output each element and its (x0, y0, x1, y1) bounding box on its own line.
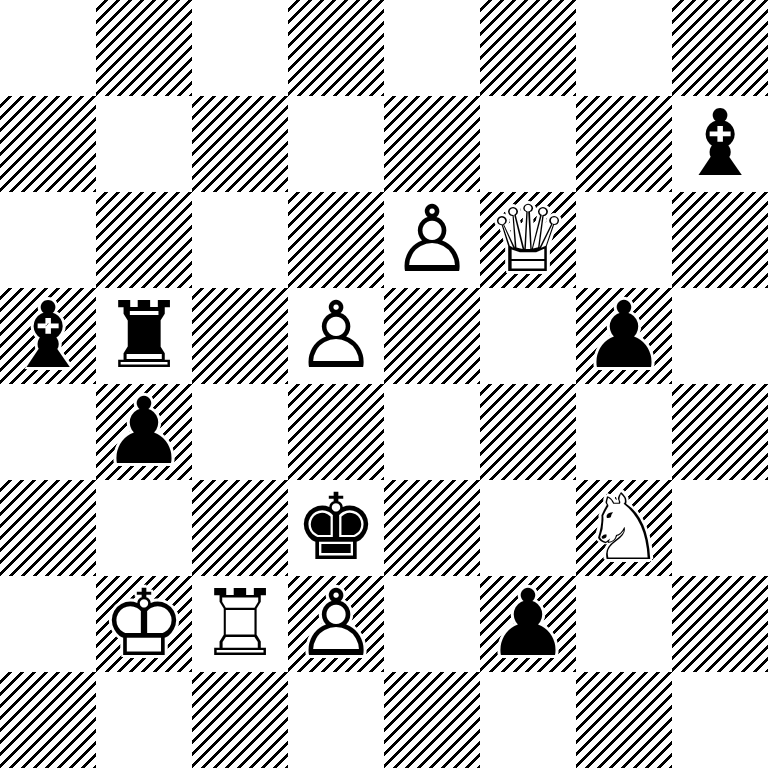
square-h1[interactable] (672, 672, 768, 768)
square-a7[interactable] (0, 96, 96, 192)
black-rook-b5[interactable]: ♜♜ (96, 288, 192, 384)
square-b4[interactable]: ♟♟ (96, 384, 192, 480)
square-f7[interactable] (480, 96, 576, 192)
square-a5[interactable]: ♝♝ (0, 288, 96, 384)
square-h8[interactable] (672, 0, 768, 96)
white-pawn-e6[interactable]: ♟♙ (384, 192, 480, 288)
square-h6[interactable] (672, 192, 768, 288)
square-g8[interactable] (576, 0, 672, 96)
black-bishop-h7[interactable]: ♝♝ (672, 96, 768, 192)
square-d4[interactable] (288, 384, 384, 480)
square-h4[interactable] (672, 384, 768, 480)
piece-glyph: ♕ (480, 192, 576, 288)
square-d3[interactable]: ♚♚ (288, 480, 384, 576)
square-b2[interactable]: ♚♔ (96, 576, 192, 672)
square-b7[interactable] (96, 96, 192, 192)
square-f4[interactable] (480, 384, 576, 480)
white-pawn-d2[interactable]: ♟♙ (288, 576, 384, 672)
square-g2[interactable] (576, 576, 672, 672)
square-e7[interactable] (384, 96, 480, 192)
square-c3[interactable] (192, 480, 288, 576)
black-pawn-b4[interactable]: ♟♟ (96, 384, 192, 480)
black-pawn-f2[interactable]: ♟♟ (480, 576, 576, 672)
piece-glyph: ♙ (288, 576, 384, 672)
square-e3[interactable] (384, 480, 480, 576)
square-f8[interactable] (480, 0, 576, 96)
square-f1[interactable] (480, 672, 576, 768)
piece-glyph: ♜ (96, 288, 192, 384)
square-c7[interactable] (192, 96, 288, 192)
white-queen-f6[interactable]: ♛♕ (480, 192, 576, 288)
square-g7[interactable] (576, 96, 672, 192)
square-a3[interactable] (0, 480, 96, 576)
square-h7[interactable]: ♝♝ (672, 96, 768, 192)
square-b1[interactable] (96, 672, 192, 768)
square-g1[interactable] (576, 672, 672, 768)
square-c8[interactable] (192, 0, 288, 96)
piece-glyph: ♘ (576, 480, 672, 576)
piece-glyph: ♙ (384, 192, 480, 288)
square-f5[interactable] (480, 288, 576, 384)
square-f3[interactable] (480, 480, 576, 576)
piece-glyph: ♙ (288, 288, 384, 384)
piece-glyph: ♝ (672, 96, 768, 192)
square-g3[interactable]: ♞♘ (576, 480, 672, 576)
square-f2[interactable]: ♟♟ (480, 576, 576, 672)
square-c6[interactable] (192, 192, 288, 288)
square-d6[interactable] (288, 192, 384, 288)
square-b5[interactable]: ♜♜ (96, 288, 192, 384)
square-b8[interactable] (96, 0, 192, 96)
square-d1[interactable] (288, 672, 384, 768)
white-king-b2[interactable]: ♚♔ (96, 576, 192, 672)
square-g6[interactable] (576, 192, 672, 288)
square-e5[interactable] (384, 288, 480, 384)
piece-glyph: ♝ (0, 288, 96, 384)
piece-glyph: ♟ (576, 288, 672, 384)
black-bishop-a5[interactable]: ♝♝ (0, 288, 96, 384)
square-a6[interactable] (0, 192, 96, 288)
square-c4[interactable] (192, 384, 288, 480)
black-king-d3[interactable]: ♚♚ (288, 480, 384, 576)
piece-glyph: ♔ (96, 576, 192, 672)
square-g4[interactable] (576, 384, 672, 480)
white-pawn-d5[interactable]: ♟♙ (288, 288, 384, 384)
square-e8[interactable] (384, 0, 480, 96)
square-e6[interactable]: ♟♙ (384, 192, 480, 288)
chess-board: ♝♝♟♙♛♕♝♝♜♜♟♙♟♟♟♟♚♚♞♘♚♔♜♖♟♙♟♟ (0, 0, 768, 768)
square-a8[interactable] (0, 0, 96, 96)
square-c1[interactable] (192, 672, 288, 768)
square-h3[interactable] (672, 480, 768, 576)
square-d2[interactable]: ♟♙ (288, 576, 384, 672)
white-rook-c2[interactable]: ♜♖ (192, 576, 288, 672)
square-d7[interactable] (288, 96, 384, 192)
white-knight-g3[interactable]: ♞♘ (576, 480, 672, 576)
black-pawn-g5[interactable]: ♟♟ (576, 288, 672, 384)
piece-glyph: ♟ (480, 576, 576, 672)
square-e2[interactable] (384, 576, 480, 672)
piece-glyph: ♖ (192, 576, 288, 672)
square-e4[interactable] (384, 384, 480, 480)
square-c2[interactable]: ♜♖ (192, 576, 288, 672)
square-a2[interactable] (0, 576, 96, 672)
square-a4[interactable] (0, 384, 96, 480)
piece-glyph: ♚ (288, 480, 384, 576)
square-f6[interactable]: ♛♕ (480, 192, 576, 288)
square-b6[interactable] (96, 192, 192, 288)
square-c5[interactable] (192, 288, 288, 384)
square-h2[interactable] (672, 576, 768, 672)
square-g5[interactable]: ♟♟ (576, 288, 672, 384)
piece-glyph: ♟ (96, 384, 192, 480)
square-b3[interactable] (96, 480, 192, 576)
square-e1[interactable] (384, 672, 480, 768)
square-d8[interactable] (288, 0, 384, 96)
square-d5[interactable]: ♟♙ (288, 288, 384, 384)
square-a1[interactable] (0, 672, 96, 768)
square-h5[interactable] (672, 288, 768, 384)
